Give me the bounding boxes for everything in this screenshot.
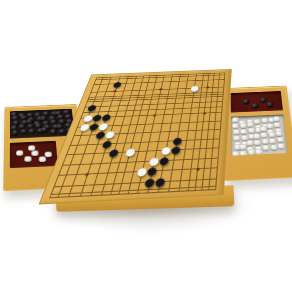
black-stone[interactable]: ● (170, 145, 181, 155)
white-stone (240, 128, 247, 134)
white-stone (253, 133, 260, 139)
white-stone (270, 144, 278, 150)
go-board: ●●●●●●●●●●●●●●●●●●●●●●● (38, 69, 231, 204)
white-stone (254, 118, 261, 123)
black-stone (58, 128, 65, 133)
right-stone-drawer[interactable] (224, 86, 292, 182)
board-intersection[interactable] (214, 163, 222, 174)
white-stone (232, 123, 239, 128)
board-intersection[interactable] (217, 125, 224, 134)
white-stone (260, 132, 267, 138)
black-stone (50, 129, 57, 134)
white-stone (274, 122, 281, 127)
black-stone (260, 98, 267, 103)
white-stone (275, 131, 283, 137)
go-set-photo: ●●●●●●●●●●●●●●●●●●●●●●● (0, 0, 292, 292)
white-stone (45, 151, 52, 157)
white-stone (268, 132, 276, 138)
white-stone (240, 150, 247, 156)
white-stone (239, 122, 246, 127)
goban-grid: ●●●●●●●●●●●●●●●●●●●●●●● (45, 72, 228, 200)
board-intersection[interactable] (212, 187, 219, 191)
white-stone (248, 128, 255, 134)
white-stone (28, 145, 35, 151)
white-stone (24, 156, 31, 162)
white-stone (246, 140, 253, 146)
white-stone (239, 143, 246, 149)
white-stone (38, 157, 46, 163)
white-stone (277, 137, 285, 143)
white-stone (269, 138, 277, 144)
white-stone (262, 145, 270, 151)
white-stone (261, 138, 269, 144)
board-intersection[interactable]: ● (190, 84, 200, 92)
white-stone (247, 149, 255, 155)
black-stone (251, 103, 258, 108)
white-stone (278, 143, 286, 149)
board-intersection[interactable] (217, 134, 224, 144)
white-stone (233, 129, 240, 135)
white-stone (255, 148, 263, 154)
black-stone (20, 129, 27, 134)
board-intersection[interactable] (218, 116, 225, 125)
black-stones-compartment (231, 91, 283, 113)
black-stone[interactable]: ● (154, 176, 166, 187)
black-stone (243, 99, 250, 104)
black-stone (12, 130, 19, 135)
board-intersection[interactable]: ● (158, 155, 170, 166)
white-stone (233, 135, 240, 141)
white-stone (261, 118, 268, 123)
white-stone (31, 151, 38, 157)
white-stone (241, 134, 248, 140)
black-stone (41, 127, 48, 132)
black-stones-compartment (10, 109, 75, 139)
black-stone[interactable]: ● (158, 155, 170, 166)
white-stones-compartment (231, 115, 288, 156)
white-stone (232, 151, 239, 156)
white-stone (254, 139, 261, 145)
board-intersection[interactable]: ● (154, 176, 166, 187)
white-stone[interactable]: ● (190, 84, 200, 92)
board-intersection[interactable] (216, 143, 223, 153)
white-stone (259, 126, 266, 132)
white-stones-compartment (10, 140, 58, 168)
board-intersection[interactable] (215, 153, 222, 163)
board-intersection[interactable]: ● (170, 145, 181, 155)
white-stone (247, 122, 254, 127)
black-stone (29, 128, 36, 133)
white-stone (266, 123, 273, 128)
board-intersection[interactable] (213, 173, 221, 184)
white-stone (231, 117, 238, 122)
white-stone (16, 150, 23, 156)
board-intersection[interactable] (174, 189, 185, 193)
black-stone (267, 102, 274, 107)
